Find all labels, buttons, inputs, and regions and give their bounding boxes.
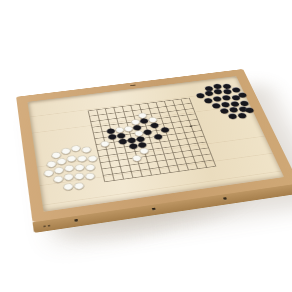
corner-screw	[48, 225, 50, 227]
rim-screw-hole	[74, 219, 78, 222]
board-scene: ●●●●●●●●●●●●●●●●●●●● ●●●●●●●●●●●●●●●●●●●…	[24, 45, 274, 230]
back-rim-slot	[130, 84, 136, 86]
black-stone[interactable]: ●	[236, 111, 248, 119]
white-stone[interactable]: ●	[84, 171, 96, 180]
black-stone[interactable]: ●	[236, 91, 248, 98]
corner-screw	[43, 225, 45, 227]
white-stone[interactable]: ●	[73, 180, 85, 189]
wooden-tray-board: ●●●●●●●●●●●●●●●●●●●● ●●●●●●●●●●●●●●●●●●●…	[16, 69, 292, 222]
rim-screw-hole	[223, 197, 227, 200]
product-photo-stage: ●●●●●●●●●●●●●●●●●●●● ●●●●●●●●●●●●●●●●●●●…	[0, 0, 292, 292]
small-dot-marker	[189, 125, 192, 127]
rim-screw-hole	[152, 208, 156, 211]
